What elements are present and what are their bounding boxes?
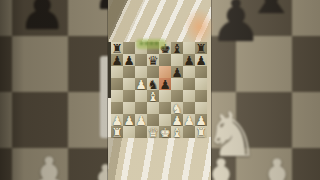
white-pawn-on-f2: ♟ <box>171 115 182 126</box>
white-bishop-on-f1: ♝ <box>171 127 182 138</box>
white-pawn-on-h2: ♟ <box>195 115 206 126</box>
black-pawn-on-h7: ♟ <box>195 55 206 66</box>
white-king-on-e1: ♚ <box>159 127 170 138</box>
square-h5 <box>195 78 207 90</box>
white-bishop-on-d4: ♝ <box>147 91 158 102</box>
square-b1 <box>123 126 135 138</box>
annotation-glyph-marks <box>140 42 160 45</box>
square-h1: ♜ <box>195 126 207 138</box>
black-pawn-on-e5: ♟ <box>159 79 170 90</box>
square-c1 <box>135 126 147 138</box>
white-pawn-on-c5: ♟ <box>135 79 146 90</box>
black-pawn-on-f6: ♟ <box>171 67 182 78</box>
bottom-artwork-streaks <box>108 137 211 180</box>
square-b7: ♟ <box>123 54 135 66</box>
square-a1: ♜ <box>111 126 123 138</box>
left-vignette <box>0 0 110 180</box>
square-g5 <box>183 78 195 90</box>
square-d7: ♛ <box>147 54 159 66</box>
move-annotation-smudge <box>136 39 166 49</box>
square-c7 <box>135 54 147 66</box>
white-pawn-on-c2: ♟ <box>135 115 146 126</box>
square-d3 <box>147 102 159 114</box>
square-h6 <box>195 66 207 78</box>
white-pawn-on-g2: ♟ <box>183 115 194 126</box>
black-pawn-on-g7: ♟ <box>183 55 194 66</box>
square-f5 <box>171 78 183 90</box>
square-g1 <box>183 126 195 138</box>
chess-board: ♜♚♝♜♟♟♛♟♟♟♟♞♟♝♞♟♟♟♟♟♟♜♛♚♝♜ <box>111 42 207 138</box>
square-h4 <box>195 90 207 102</box>
square-g7: ♟ <box>183 54 195 66</box>
black-rook-on-h8: ♜ <box>195 43 206 54</box>
square-e3 <box>159 102 171 114</box>
black-pawn-on-a7: ♟ <box>111 55 122 66</box>
white-pawn-on-a2: ♟ <box>111 115 122 126</box>
square-b6 <box>123 66 135 78</box>
square-f6: ♟ <box>171 66 183 78</box>
white-knight-on-f3: ♞ <box>171 103 182 114</box>
square-f1: ♝ <box>171 126 183 138</box>
square-b2: ♟ <box>123 114 135 126</box>
black-bishop-on-f8: ♝ <box>171 43 182 54</box>
white-rook-on-a1: ♜ <box>111 127 122 138</box>
square-a6 <box>111 66 123 78</box>
black-rook-on-a8: ♜ <box>111 43 122 54</box>
black-knight-on-d5: ♞ <box>147 79 158 90</box>
square-g2: ♟ <box>183 114 195 126</box>
white-rook-on-h1: ♜ <box>195 127 206 138</box>
square-f8: ♝ <box>171 42 183 54</box>
video-frame[interactable]: ♟ ♟ ♟ ♝ ♞ ♟ ♟ ♟ ♟ ♜♚♝♜♟♟♛♟♟♟♟♞♟♝♞♟♟♟♟♟♟♜… <box>0 0 320 180</box>
square-c4 <box>135 90 147 102</box>
square-e5: ♟ <box>159 78 171 90</box>
black-queen-on-d7: ♛ <box>147 55 158 66</box>
square-a7: ♟ <box>111 54 123 66</box>
square-e7 <box>159 54 171 66</box>
square-g4 <box>183 90 195 102</box>
square-d1: ♛ <box>147 126 159 138</box>
square-a4 <box>111 90 123 102</box>
white-pawn-on-b2: ♟ <box>123 115 134 126</box>
square-h7: ♟ <box>195 54 207 66</box>
square-b5 <box>123 78 135 90</box>
square-a5 <box>111 78 123 90</box>
square-g6 <box>183 66 195 78</box>
square-e4 <box>159 90 171 102</box>
black-pawn-on-b7: ♟ <box>123 55 134 66</box>
right-vignette <box>211 0 320 180</box>
square-e1: ♚ <box>159 126 171 138</box>
square-b4 <box>123 90 135 102</box>
white-queen-on-d1: ♛ <box>147 127 158 138</box>
square-c2: ♟ <box>135 114 147 126</box>
square-c5: ♟ <box>135 78 147 90</box>
square-d4: ♝ <box>147 90 159 102</box>
